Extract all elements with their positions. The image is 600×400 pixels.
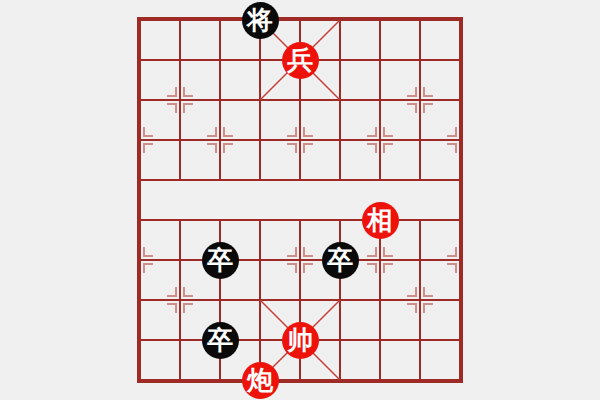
piece-black-soldier-a[interactable]: 卒 [202, 242, 239, 279]
xiangqi-board: 将兵相卒卒卒帅炮 [0, 0, 600, 400]
piece-red-soldier[interactable]: 兵 [282, 42, 319, 79]
piece-black-general[interactable]: 将 [242, 2, 279, 39]
piece-black-soldier-c[interactable]: 卒 [202, 322, 239, 359]
piece-grid: 将兵相卒卒卒帅炮 [120, 0, 480, 400]
piece-black-soldier-b[interactable]: 卒 [322, 242, 359, 279]
piece-red-cannon[interactable]: 炮 [242, 362, 279, 399]
piece-red-elephant[interactable]: 相 [362, 202, 399, 239]
piece-red-general[interactable]: 帅 [282, 322, 319, 359]
